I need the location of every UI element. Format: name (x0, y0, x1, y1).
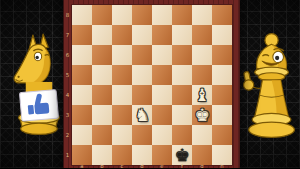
square-a8[interactable] (72, 5, 92, 25)
square-h5[interactable] (212, 65, 232, 85)
square-b6[interactable] (92, 45, 112, 65)
rank-label-4: 4 (66, 93, 70, 98)
rank-label-8: 8 (66, 13, 70, 18)
rank-label-7: 7 (66, 33, 70, 38)
square-b8[interactable] (92, 5, 112, 25)
chess-board-frame: ♝♞♚♚ 87654321abcdefgh (63, 0, 240, 168)
white-bishop[interactable]: ♝ (192, 85, 212, 105)
white-knight[interactable]: ♞ (132, 105, 152, 125)
file-label-a: a (80, 164, 83, 169)
square-a7[interactable] (72, 25, 92, 45)
square-c8[interactable] (112, 5, 132, 25)
file-label-b: b (100, 164, 104, 169)
square-c3[interactable] (112, 105, 132, 125)
square-g3[interactable]: ♚ (192, 105, 212, 125)
square-h6[interactable] (212, 45, 232, 65)
square-e5[interactable] (152, 65, 172, 85)
square-a3[interactable] (72, 105, 92, 125)
square-f3[interactable] (172, 105, 192, 125)
square-c4[interactable] (112, 85, 132, 105)
file-label-g: g (200, 164, 204, 169)
square-a2[interactable] (72, 125, 92, 145)
square-d3[interactable]: ♞ (132, 105, 152, 125)
square-g4[interactable]: ♝ (192, 85, 212, 105)
square-c5[interactable] (112, 65, 132, 85)
square-g7[interactable] (192, 25, 212, 45)
square-g6[interactable] (192, 45, 212, 65)
square-a5[interactable] (72, 65, 92, 85)
thumbnail-stage: ♝♞♚♚ 87654321abcdefgh (0, 0, 300, 168)
square-d6[interactable] (132, 45, 152, 65)
square-e4[interactable] (152, 85, 172, 105)
square-b4[interactable] (92, 85, 112, 105)
square-d8[interactable] (132, 5, 152, 25)
square-g5[interactable] (192, 65, 212, 85)
square-e2[interactable] (152, 125, 172, 145)
square-d2[interactable] (132, 125, 152, 145)
like-card (19, 90, 58, 122)
square-h7[interactable] (212, 25, 232, 45)
square-f5[interactable] (172, 65, 192, 85)
square-e6[interactable] (152, 45, 172, 65)
file-label-h: h (220, 164, 224, 169)
square-b7[interactable] (92, 25, 112, 45)
file-label-c: c (120, 164, 123, 169)
rank-label-5: 5 (66, 73, 70, 78)
square-e7[interactable] (152, 25, 172, 45)
square-h3[interactable] (212, 105, 232, 125)
square-a4[interactable] (72, 85, 92, 105)
chess-board: ♝♞♚♚ (72, 5, 232, 165)
white-king[interactable]: ♚ (192, 105, 212, 125)
square-f8[interactable] (172, 5, 192, 25)
square-f7[interactable] (172, 25, 192, 45)
square-f2[interactable] (172, 125, 192, 145)
square-e3[interactable] (152, 105, 172, 125)
file-label-e: e (160, 164, 163, 169)
square-c2[interactable] (112, 125, 132, 145)
square-d7[interactable] (132, 25, 152, 45)
square-g8[interactable] (192, 5, 212, 25)
square-h8[interactable] (212, 5, 232, 25)
square-b2[interactable] (92, 125, 112, 145)
square-b3[interactable] (92, 105, 112, 125)
square-d4[interactable] (132, 85, 152, 105)
square-b5[interactable] (92, 65, 112, 85)
square-g2[interactable] (192, 125, 212, 145)
square-c7[interactable] (112, 25, 132, 45)
file-label-d: d (140, 164, 144, 169)
square-e8[interactable] (152, 5, 172, 25)
file-label-f: f (181, 164, 183, 169)
square-a6[interactable] (72, 45, 92, 65)
rank-label-1: 1 (66, 153, 70, 158)
square-c6[interactable] (112, 45, 132, 65)
rank-label-2: 2 (66, 133, 70, 138)
rank-label-6: 6 (66, 53, 70, 58)
square-f6[interactable] (172, 45, 192, 65)
knight-mascot-wink-eye (45, 55, 50, 56)
square-f4[interactable] (172, 85, 192, 105)
bishop-mascot (240, 31, 298, 143)
knight-mascot-nostril (17, 76, 19, 78)
knight-mascot (11, 33, 67, 137)
square-d5[interactable] (132, 65, 152, 85)
rank-label-3: 3 (66, 113, 70, 118)
square-h2[interactable] (212, 125, 232, 145)
square-h4[interactable] (212, 85, 232, 105)
